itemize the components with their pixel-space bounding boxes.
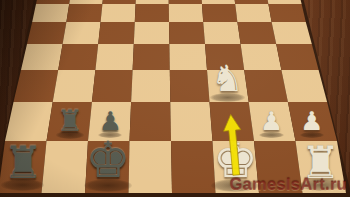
- square-b1[interactable]: [42, 141, 89, 193]
- square-d1[interactable]: [129, 141, 173, 193]
- square-b6[interactable]: [66, 4, 102, 22]
- chess-scene: ♜♚♜♟♚♞♟♟♜ GamesIsArt.ru: [0, 0, 350, 197]
- square-e1[interactable]: [171, 141, 216, 193]
- square-b3[interactable]: [53, 70, 96, 102]
- square-f5[interactable]: [203, 22, 240, 44]
- square-f7[interactable]: [201, 0, 235, 4]
- square-c3[interactable]: [92, 70, 133, 102]
- square-d2[interactable]: [130, 102, 172, 141]
- piece-black-rook-a1[interactable]: ♜: [0, 140, 45, 185]
- square-a4[interactable]: [21, 44, 63, 70]
- square-a6[interactable]: [32, 4, 69, 22]
- square-d7[interactable]: [136, 0, 169, 4]
- square-a7[interactable]: [36, 0, 71, 4]
- square-h4[interactable]: [276, 44, 318, 70]
- square-c7[interactable]: [102, 0, 136, 4]
- square-d3[interactable]: [131, 70, 170, 102]
- square-g5[interactable]: [237, 22, 276, 44]
- piece-black-pawn-c2[interactable]: ♟: [97, 109, 123, 135]
- square-h6[interactable]: [268, 4, 305, 22]
- piece-white-knight-f3[interactable]: ♞: [209, 61, 245, 97]
- square-b5[interactable]: [63, 22, 101, 44]
- square-g6[interactable]: [235, 4, 271, 22]
- piece-black-rook-b2[interactable]: ♜: [55, 106, 85, 136]
- piece-white-pawn-g2[interactable]: ♟: [259, 109, 285, 135]
- piece-white-pawn-h2[interactable]: ♟: [299, 109, 325, 135]
- square-c6[interactable]: [101, 4, 136, 22]
- piece-black-king-c1[interactable]: ♚: [83, 135, 133, 185]
- square-f6[interactable]: [202, 4, 237, 22]
- square-e6[interactable]: [169, 4, 203, 22]
- square-c4[interactable]: [95, 44, 133, 70]
- square-e7[interactable]: [169, 0, 202, 4]
- square-g7[interactable]: [233, 0, 268, 4]
- square-g3[interactable]: [244, 70, 288, 102]
- watermark-text: GamesIsArt.ru: [229, 175, 347, 194]
- square-e3[interactable]: [170, 70, 210, 102]
- square-a3[interactable]: [14, 70, 59, 102]
- square-e5[interactable]: [169, 22, 205, 44]
- square-b4[interactable]: [58, 44, 98, 70]
- square-e4[interactable]: [169, 44, 207, 70]
- square-d6[interactable]: [135, 4, 169, 22]
- square-g4[interactable]: [241, 44, 282, 70]
- square-d4[interactable]: [133, 44, 170, 70]
- square-h7[interactable]: [266, 0, 302, 4]
- square-d5[interactable]: [134, 22, 170, 44]
- square-c5[interactable]: [98, 22, 135, 44]
- square-h5[interactable]: [272, 22, 312, 44]
- square-b7[interactable]: [69, 0, 104, 4]
- square-e2[interactable]: [170, 102, 212, 141]
- square-a5[interactable]: [27, 22, 66, 44]
